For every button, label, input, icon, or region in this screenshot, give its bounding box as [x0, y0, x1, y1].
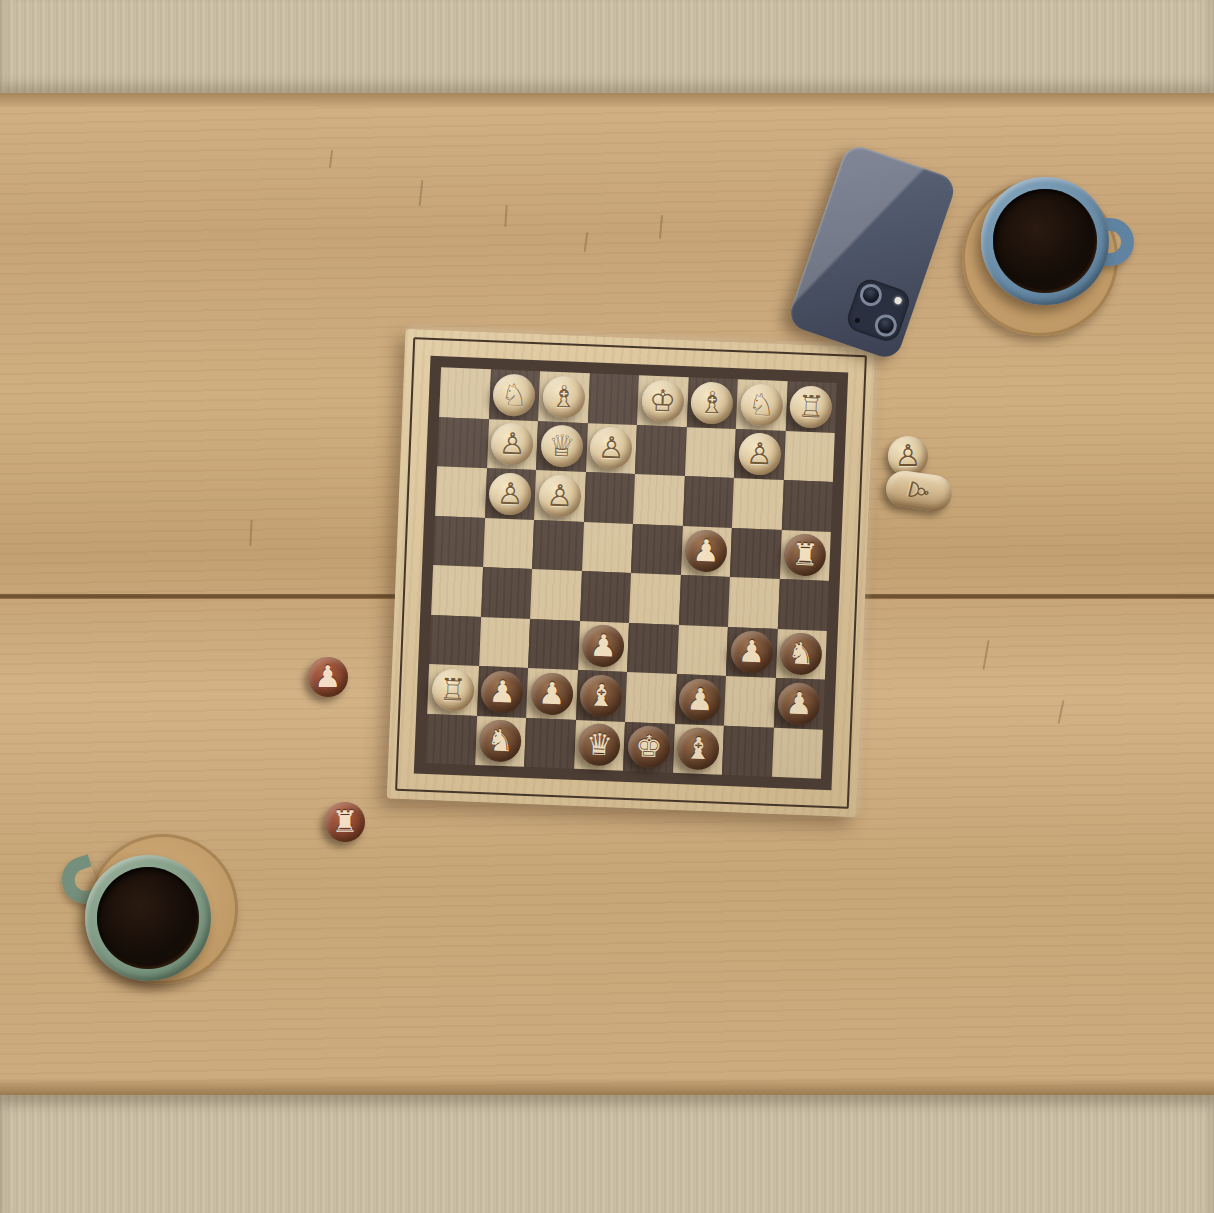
white-pawn-glyph: ♙ — [597, 433, 625, 464]
black-rook-glyph: ♜ — [332, 807, 359, 837]
white-rook-glyph: ♖ — [439, 674, 467, 705]
square-f8[interactable]: ♗ — [686, 377, 737, 428]
square-h1[interactable] — [771, 727, 822, 778]
square-a2[interactable]: ♖ — [427, 664, 478, 715]
black-king-glyph: ♚ — [635, 732, 663, 763]
square-b4[interactable] — [481, 567, 532, 618]
white-rook-h8[interactable]: ♖ — [789, 385, 833, 429]
square-h4[interactable] — [777, 579, 828, 630]
square-a4[interactable] — [431, 565, 482, 616]
black-pawn-b2[interactable]: ♟ — [481, 670, 525, 714]
black-queen-glyph: ♛ — [585, 730, 613, 761]
square-f1[interactable]: ♝ — [673, 723, 724, 774]
white-knight-b8[interactable]: ♘ — [492, 373, 536, 417]
square-g4[interactable] — [728, 577, 779, 628]
square-b6[interactable]: ♙ — [485, 468, 536, 519]
white-pawn-glyph: ♙ — [904, 477, 935, 506]
square-d4[interactable] — [580, 571, 631, 622]
square-b1[interactable]: ♞ — [475, 715, 526, 766]
square-a1[interactable] — [425, 713, 476, 764]
square-h3[interactable]: ♞ — [775, 628, 826, 679]
square-a5[interactable] — [433, 516, 484, 567]
square-d1[interactable]: ♛ — [574, 719, 625, 770]
square-d8[interactable] — [587, 373, 638, 424]
black-bishop-f1[interactable]: ♝ — [676, 727, 720, 771]
black-pawn-glyph: ♟ — [738, 637, 766, 668]
square-c7[interactable]: ♕ — [536, 421, 587, 472]
black-knight-glyph: ♞ — [486, 726, 514, 757]
square-g5[interactable] — [730, 528, 781, 579]
table-edge — [0, 93, 1214, 107]
black-pawn-glyph: ♟ — [692, 536, 720, 567]
white-pawn-glyph: ♙ — [546, 480, 574, 511]
square-e5[interactable] — [631, 524, 682, 575]
square-b2[interactable]: ♟ — [477, 666, 528, 717]
square-h8[interactable]: ♖ — [785, 381, 836, 432]
square-e1[interactable]: ♚ — [623, 721, 674, 772]
white-bishop-f8[interactable]: ♗ — [690, 381, 734, 425]
square-a6[interactable] — [435, 466, 486, 517]
square-c5[interactable] — [532, 520, 583, 571]
square-e7[interactable] — [635, 425, 686, 476]
square-f2[interactable]: ♟ — [675, 674, 726, 725]
square-b5[interactable] — [483, 518, 534, 569]
square-e8[interactable]: ♔ — [637, 375, 688, 426]
black-queen-d1[interactable]: ♛ — [577, 723, 621, 767]
black-bishop-glyph: ♝ — [684, 734, 712, 765]
camera-mic-icon — [854, 317, 860, 323]
black-pawn-f2[interactable]: ♟ — [678, 678, 722, 722]
square-f5[interactable]: ♟ — [680, 526, 731, 577]
board-grid: ♘♗♔♗♘♖♙♕♙♙♙♙♟♜♟♟♞♖♟♟♝♟♟♞♛♚♝ — [425, 367, 837, 779]
black-pawn-c2[interactable]: ♟ — [530, 672, 574, 716]
square-h2[interactable]: ♟ — [773, 678, 824, 729]
table-edge — [0, 1078, 1214, 1095]
square-g1[interactable] — [722, 725, 773, 776]
chess-board: ♘♗♔♗♘♖♙♕♙♙♙♙♟♜♟♟♞♖♟♟♝♟♟♞♛♚♝ — [387, 329, 875, 817]
black-pawn-d3[interactable]: ♟ — [581, 624, 625, 668]
square-h7[interactable] — [783, 431, 834, 482]
black-bishop-glyph: ♝ — [587, 680, 615, 711]
coffee-mug-blue — [981, 177, 1109, 305]
square-b3[interactable] — [479, 617, 530, 668]
white-bishop-c8[interactable]: ♗ — [542, 375, 586, 419]
captured-black-rook[interactable]: ♜ — [325, 802, 365, 842]
white-pawn-glyph: ♙ — [746, 439, 774, 470]
black-pawn-glyph: ♟ — [488, 676, 516, 707]
square-g2[interactable] — [724, 676, 775, 727]
square-d5[interactable] — [582, 522, 633, 573]
black-pawn-g3[interactable]: ♟ — [730, 630, 774, 674]
black-pawn-glyph: ♟ — [589, 631, 617, 662]
white-knight-g8[interactable]: ♘ — [740, 383, 784, 427]
white-pawn-glyph: ♙ — [895, 441, 922, 471]
white-knight-glyph: ♘ — [500, 379, 528, 410]
square-g8[interactable]: ♘ — [736, 379, 787, 430]
white-pawn-d7[interactable]: ♙ — [589, 427, 633, 471]
square-a7[interactable] — [437, 417, 488, 468]
square-c2[interactable]: ♟ — [526, 668, 577, 719]
white-rook-a2[interactable]: ♖ — [431, 668, 475, 712]
black-pawn-glyph: ♟ — [785, 688, 813, 719]
square-b7[interactable]: ♙ — [487, 419, 538, 470]
black-rook-glyph: ♜ — [791, 540, 819, 571]
square-g3[interactable]: ♟ — [726, 626, 777, 677]
square-c3[interactable] — [528, 618, 579, 669]
carpet-top — [0, 0, 1214, 93]
square-d2[interactable]: ♝ — [576, 670, 627, 721]
square-d3[interactable]: ♟ — [578, 620, 629, 671]
black-pawn-glyph: ♟ — [315, 662, 342, 692]
white-rook-glyph: ♖ — [797, 391, 825, 422]
phone-camera-module — [844, 276, 913, 345]
square-b8[interactable]: ♘ — [489, 369, 540, 420]
square-c1[interactable] — [524, 717, 575, 768]
square-d7[interactable]: ♙ — [586, 423, 637, 474]
carpet-bottom — [0, 1095, 1214, 1213]
square-f4[interactable] — [678, 575, 729, 626]
black-bishop-d2[interactable]: ♝ — [579, 674, 623, 718]
camera-lens-icon — [857, 281, 885, 309]
black-king-e1[interactable]: ♚ — [627, 725, 671, 769]
square-e6[interactable] — [633, 474, 684, 525]
white-bishop-glyph: ♗ — [550, 381, 578, 412]
black-knight-h3[interactable]: ♞ — [779, 632, 823, 676]
white-queen-glyph: ♕ — [548, 431, 576, 462]
white-pawn-g7[interactable]: ♙ — [738, 432, 782, 476]
camera-flash-icon — [894, 296, 903, 305]
black-knight-glyph: ♞ — [787, 639, 815, 670]
white-pawn-c6[interactable]: ♙ — [538, 474, 582, 518]
coffee-surface — [97, 867, 199, 969]
square-h6[interactable] — [781, 480, 832, 531]
square-f6[interactable] — [682, 476, 733, 527]
white-pawn-b6[interactable]: ♙ — [489, 472, 533, 516]
square-f3[interactable] — [676, 624, 727, 675]
white-king-e8[interactable]: ♔ — [641, 379, 685, 423]
camera-lens-icon — [872, 312, 900, 340]
square-g7[interactable]: ♙ — [734, 429, 785, 480]
white-bishop-glyph: ♗ — [698, 387, 726, 418]
tabletop-scene: ♘♗♔♗♘♖♙♕♙♙♙♙♟♜♟♟♞♖♟♟♝♟♟♞♛♚♝ ♙ ♙ ♟ ♜ — [0, 0, 1214, 1213]
square-a3[interactable] — [429, 615, 480, 666]
black-knight-b1[interactable]: ♞ — [479, 719, 523, 763]
white-pawn-glyph: ♙ — [496, 478, 524, 509]
black-pawn-glyph: ♟ — [538, 678, 566, 709]
white-queen-c7[interactable]: ♕ — [540, 425, 584, 469]
square-c8[interactable]: ♗ — [538, 371, 589, 422]
square-c4[interactable] — [530, 569, 581, 620]
white-king-glyph: ♔ — [649, 385, 677, 416]
square-e2[interactable] — [625, 672, 676, 723]
white-pawn-glyph: ♙ — [498, 429, 526, 460]
black-pawn-glyph: ♟ — [686, 684, 714, 715]
square-e4[interactable] — [629, 573, 680, 624]
white-pawn-b7[interactable]: ♙ — [490, 423, 534, 467]
coffee-mug-green — [85, 855, 211, 981]
square-h5[interactable]: ♜ — [779, 529, 830, 580]
black-rook-h5[interactable]: ♜ — [783, 533, 827, 577]
square-f7[interactable] — [684, 427, 735, 478]
captured-black-pawn[interactable]: ♟ — [308, 657, 348, 697]
coffee-surface — [993, 189, 1097, 293]
black-pawn-h2[interactable]: ♟ — [777, 682, 821, 726]
square-c6[interactable]: ♙ — [534, 470, 585, 521]
square-d6[interactable] — [584, 472, 635, 523]
square-a8[interactable] — [439, 367, 490, 418]
black-pawn-f5[interactable]: ♟ — [684, 529, 728, 573]
square-e3[interactable] — [627, 622, 678, 673]
white-knight-glyph: ♘ — [748, 389, 776, 420]
square-g6[interactable] — [732, 478, 783, 529]
